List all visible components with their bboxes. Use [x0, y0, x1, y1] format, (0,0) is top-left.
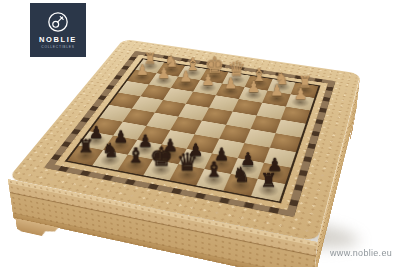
black-rook-icon: ♜: [77, 137, 93, 155]
white-pawn-icon: ♟: [157, 66, 170, 81]
box-foot-left: [15, 218, 60, 240]
white-pawn-icon: ♟: [179, 69, 192, 84]
white-pawn-icon: ♟: [293, 87, 307, 102]
black-bishop-icon: ♝: [126, 144, 145, 165]
black-king-icon: ♚: [149, 143, 173, 169]
chess-set-scene: ♜♞♝♛♚♝♞♜♟♟♟♟♟♟♟♟♟♟♟♟♟♟♟♟♜♞♝♛♚♝♞♜: [0, 0, 400, 267]
website-watermark: www.noblie.eu: [330, 248, 392, 258]
white-pawn-icon: ♟: [246, 80, 260, 95]
black-queen-icon: ♛: [176, 150, 198, 174]
white-pawn-icon: ♟: [201, 73, 214, 88]
product-photo-canvas: NOBLIE COLLECTIBLES ♜♞♝♛♚♝♞♜♟♟♟♟♟♟♟♟♟♟♟♟…: [0, 0, 400, 267]
white-pawn-icon: ♟: [135, 62, 148, 77]
black-rook-icon: ♜: [260, 171, 277, 190]
square-c3: [233, 99, 263, 116]
white-pawn-icon: ♟: [270, 83, 284, 98]
black-knight-icon: ♞: [102, 141, 119, 160]
box-foot-right: [349, 111, 356, 144]
black-bishop-icon: ♝: [204, 158, 223, 179]
black-knight-icon: ♞: [232, 164, 250, 184]
white-pawn-icon: ♟: [224, 76, 238, 91]
square-d3: [209, 95, 239, 111]
